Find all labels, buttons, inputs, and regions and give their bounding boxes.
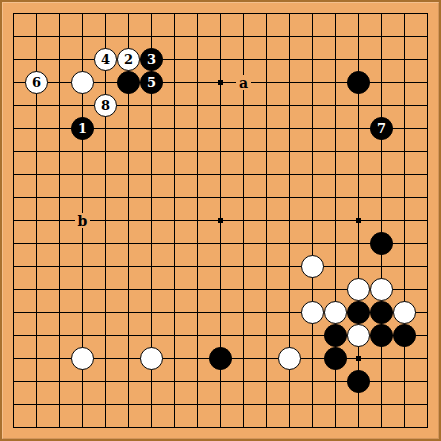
board-intersections: ab42365817 [2,2,439,439]
stone-black-move-3: 3 [140,48,163,71]
star-point [356,218,361,223]
stone-white-move-8: 8 [94,94,117,117]
go-board: ab42365817 [0,0,441,441]
stone-black [324,324,347,347]
stone-white [71,71,94,94]
point-label-a: a [236,75,251,90]
stone-white-move-4: 4 [94,48,117,71]
stone-white [393,301,416,324]
stone-white [324,301,347,324]
stone-white [278,347,301,370]
point-label-b: b [75,213,90,228]
stone-white-move-2: 2 [117,48,140,71]
stone-black [370,301,393,324]
star-point [356,356,361,361]
stone-black [209,347,232,370]
stone-black [347,301,370,324]
stone-white-move-6: 6 [25,71,48,94]
stone-black [393,324,416,347]
stone-white [347,278,370,301]
stone-black [347,370,370,393]
stone-white [301,255,324,278]
stone-white [71,347,94,370]
star-point [218,218,223,223]
stone-black-move-5: 5 [140,71,163,94]
star-point [218,80,223,85]
stone-black [347,71,370,94]
stone-black-move-1: 1 [71,117,94,140]
stone-black-move-7: 7 [370,117,393,140]
stone-white [301,301,324,324]
stone-white [140,347,163,370]
stone-white [347,324,370,347]
stone-black [117,71,140,94]
stone-black [370,324,393,347]
stone-black [370,232,393,255]
stone-black [324,347,347,370]
stone-white [370,278,393,301]
